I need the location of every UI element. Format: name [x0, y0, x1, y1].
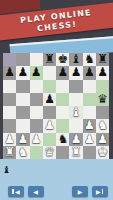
- square-f1[interactable]: ♜: [69, 146, 82, 159]
- black-pawn: ♟: [56, 66, 69, 79]
- square-a6[interactable]: [3, 80, 16, 93]
- square-h5[interactable]: ♛: [96, 93, 109, 106]
- square-f6[interactable]: [69, 80, 82, 93]
- square-d7[interactable]: [43, 66, 56, 79]
- square-g2[interactable]: ♟: [83, 133, 96, 146]
- square-b7[interactable]: ♟: [16, 66, 29, 79]
- captured-black-bishop: ♝: [2, 164, 11, 175]
- chess-board[interactable]: ♜♚♝♞♜♟♟♟♟♟♟♟♟♛♝♟♟♞♟♟♟♞♟♟♟♜♞♛♜♚: [3, 53, 109, 159]
- square-c5[interactable]: [30, 93, 43, 106]
- square-h7[interactable]: ♟: [96, 66, 109, 79]
- black-pawn: ♟: [3, 66, 16, 79]
- square-f2[interactable]: ♟: [69, 133, 82, 146]
- forward-arrow-icon: ▶: [78, 189, 83, 195]
- square-g8[interactable]: ♞: [83, 53, 96, 66]
- square-a3[interactable]: [3, 119, 16, 132]
- square-b8[interactable]: [16, 53, 29, 66]
- black-knight: ♞: [83, 53, 96, 66]
- back-arrow-icon: ◀: [15, 189, 20, 195]
- white-knight: ♞: [16, 146, 29, 159]
- square-b1[interactable]: ♞: [16, 146, 29, 159]
- square-e6[interactable]: [56, 80, 69, 93]
- square-b3[interactable]: [16, 119, 29, 132]
- black-bishop: ♝: [69, 53, 82, 66]
- square-c2[interactable]: ♟: [30, 133, 43, 146]
- white-queen: ♛: [43, 146, 56, 159]
- square-g5[interactable]: [83, 93, 96, 106]
- square-b6[interactable]: [16, 80, 29, 93]
- skip-to-end-button[interactable]: ▶: [92, 186, 108, 197]
- white-pawn: ♟: [83, 133, 96, 146]
- square-g6[interactable]: [83, 80, 96, 93]
- square-h2[interactable]: ♟: [96, 133, 109, 146]
- square-e4[interactable]: [56, 106, 69, 119]
- white-pawn: ♟: [3, 133, 16, 146]
- square-a8[interactable]: [3, 53, 16, 66]
- square-c7[interactable]: ♟: [30, 66, 43, 79]
- white-pawn: ♟: [69, 133, 82, 146]
- square-a1[interactable]: ♜: [3, 146, 16, 159]
- black-knight: ♞: [56, 133, 69, 146]
- captured-pieces-tray: ♝: [2, 164, 11, 176]
- bottom-panel: ♝ ◀ ◀ ▶ ▶: [0, 159, 113, 200]
- square-a5[interactable]: [3, 93, 16, 106]
- square-e7[interactable]: ♟: [56, 66, 69, 79]
- square-b5[interactable]: [16, 93, 29, 106]
- square-c3[interactable]: [30, 119, 43, 132]
- white-rook: ♜: [69, 146, 82, 159]
- square-g7[interactable]: ♟: [83, 66, 96, 79]
- black-pawn: ♟: [83, 66, 96, 79]
- step-forward-button[interactable]: ▶: [72, 186, 88, 197]
- square-f5[interactable]: [69, 93, 82, 106]
- square-e3[interactable]: [56, 119, 69, 132]
- square-f4[interactable]: ♝: [69, 106, 82, 119]
- white-pawn: ♟: [16, 133, 29, 146]
- black-pawn: ♟: [69, 66, 82, 79]
- white-pawn: ♟: [30, 133, 43, 146]
- back-arrow-icon: ◀: [33, 189, 38, 195]
- square-d4[interactable]: [43, 106, 56, 119]
- square-h4[interactable]: [96, 106, 109, 119]
- start-bar-icon: [12, 189, 14, 194]
- white-bishop: ♝: [69, 106, 82, 119]
- square-g4[interactable]: [83, 106, 96, 119]
- square-e2[interactable]: ♞: [56, 133, 69, 146]
- square-d2[interactable]: [43, 133, 56, 146]
- square-g1[interactable]: [83, 146, 96, 159]
- square-b2[interactable]: ♟: [16, 133, 29, 146]
- square-f8[interactable]: ♝: [69, 53, 82, 66]
- black-pawn: ♟: [16, 66, 29, 79]
- square-d6[interactable]: [43, 80, 56, 93]
- end-bar-icon: [102, 189, 104, 194]
- square-g3[interactable]: ♟: [83, 119, 96, 132]
- square-f3[interactable]: [69, 119, 82, 132]
- app-screen: PLAY ONLINE CHESS! ♜♚♝♞♜♟♟♟♟♟♟♟♟♛♝♟♟♞♟♟♟…: [0, 0, 113, 200]
- square-d5[interactable]: ♟: [43, 93, 56, 106]
- white-king: ♚: [96, 146, 109, 159]
- skip-to-start-button[interactable]: ◀: [8, 186, 24, 197]
- square-a7[interactable]: ♟: [3, 66, 16, 79]
- white-pawn: ♟: [96, 133, 109, 146]
- forward-arrow-icon: ▶: [96, 189, 101, 195]
- square-e5[interactable]: [56, 93, 69, 106]
- square-c8[interactable]: [30, 53, 43, 66]
- white-pawn: ♟: [43, 119, 56, 132]
- step-back-button[interactable]: ◀: [28, 186, 44, 197]
- black-pawn: ♟: [43, 93, 56, 106]
- white-rook: ♜: [3, 146, 16, 159]
- square-a4[interactable]: [3, 106, 16, 119]
- white-pawn: ♟: [83, 119, 96, 132]
- black-rook: ♜: [96, 53, 109, 66]
- square-d3[interactable]: ♟: [43, 119, 56, 132]
- black-rook: ♜: [43, 53, 56, 66]
- square-h8[interactable]: ♜: [96, 53, 109, 66]
- square-d1[interactable]: ♛: [43, 146, 56, 159]
- square-c6[interactable]: [30, 80, 43, 93]
- square-d8[interactable]: ♜: [43, 53, 56, 66]
- square-c4[interactable]: [30, 106, 43, 119]
- black-king: ♚: [56, 53, 69, 66]
- black-queen: ♛: [96, 93, 109, 106]
- square-h6[interactable]: [96, 80, 109, 93]
- square-c1[interactable]: [30, 146, 43, 159]
- white-knight: ♞: [96, 119, 109, 132]
- black-pawn: ♟: [30, 66, 43, 79]
- square-f7[interactable]: ♟: [69, 66, 82, 79]
- square-h3[interactable]: ♞: [96, 119, 109, 132]
- square-b4[interactable]: [16, 106, 29, 119]
- black-pawn: ♟: [96, 66, 109, 79]
- square-e8[interactable]: ♚: [56, 53, 69, 66]
- square-e1[interactable]: [56, 146, 69, 159]
- square-a2[interactable]: ♟: [3, 133, 16, 146]
- square-h1[interactable]: ♚: [96, 146, 109, 159]
